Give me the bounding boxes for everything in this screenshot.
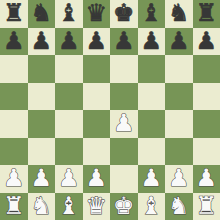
square-a3[interactable]	[0, 138, 28, 166]
square-a2[interactable]: ♟	[0, 165, 28, 193]
square-h1[interactable]: ♜	[193, 193, 221, 221]
black-king[interactable]: ♚	[113, 0, 135, 28]
square-h2[interactable]: ♟	[193, 165, 221, 193]
square-c1[interactable]: ♝	[55, 193, 83, 221]
square-d5[interactable]	[83, 83, 111, 111]
square-f5[interactable]	[138, 83, 166, 111]
square-c4[interactable]	[55, 110, 83, 138]
square-c7[interactable]: ♟	[55, 28, 83, 56]
black-pawn[interactable]: ♟	[3, 28, 25, 56]
black-pawn[interactable]: ♟	[58, 28, 80, 56]
square-g2[interactable]: ♟	[165, 165, 193, 193]
square-e1[interactable]: ♚	[110, 193, 138, 221]
square-a4[interactable]	[0, 110, 28, 138]
square-b6[interactable]	[28, 55, 56, 83]
square-b7[interactable]: ♟	[28, 28, 56, 56]
square-b5[interactable]	[28, 83, 56, 111]
square-d1[interactable]: ♛	[83, 193, 111, 221]
square-f8[interactable]: ♝	[138, 0, 166, 28]
white-rook[interactable]: ♜	[3, 193, 25, 221]
square-e5[interactable]	[110, 83, 138, 111]
square-c5[interactable]	[55, 83, 83, 111]
black-pawn[interactable]: ♟	[113, 28, 135, 56]
black-pawn[interactable]: ♟	[140, 28, 162, 56]
square-f4[interactable]	[138, 110, 166, 138]
square-b2[interactable]: ♟	[28, 165, 56, 193]
square-c2[interactable]: ♟	[55, 165, 83, 193]
white-bishop[interactable]: ♝	[58, 193, 80, 221]
square-d7[interactable]: ♟	[83, 28, 111, 56]
square-h7[interactable]: ♟	[193, 28, 221, 56]
square-h4[interactable]	[193, 110, 221, 138]
square-g8[interactable]: ♞	[165, 0, 193, 28]
white-king[interactable]: ♚	[113, 193, 135, 221]
square-h6[interactable]	[193, 55, 221, 83]
white-pawn[interactable]: ♟	[58, 165, 80, 193]
black-pawn[interactable]: ♟	[85, 28, 107, 56]
white-queen[interactable]: ♛	[85, 193, 107, 221]
white-pawn[interactable]: ♟	[85, 165, 107, 193]
black-bishop[interactable]: ♝	[58, 0, 80, 28]
square-g3[interactable]	[165, 138, 193, 166]
white-bishop[interactable]: ♝	[140, 193, 162, 221]
square-e4[interactable]: ♟	[110, 110, 138, 138]
square-c6[interactable]	[55, 55, 83, 83]
square-g6[interactable]	[165, 55, 193, 83]
square-a5[interactable]	[0, 83, 28, 111]
white-pawn[interactable]: ♟	[195, 165, 217, 193]
white-knight[interactable]: ♞	[168, 193, 190, 221]
square-h8[interactable]: ♜	[193, 0, 221, 28]
square-d2[interactable]: ♟	[83, 165, 111, 193]
black-pawn[interactable]: ♟	[195, 28, 217, 56]
square-f7[interactable]: ♟	[138, 28, 166, 56]
square-a1[interactable]: ♜	[0, 193, 28, 221]
black-knight[interactable]: ♞	[30, 0, 52, 28]
square-d4[interactable]	[83, 110, 111, 138]
square-g5[interactable]	[165, 83, 193, 111]
white-rook[interactable]: ♜	[195, 193, 217, 221]
white-pawn[interactable]: ♟	[113, 110, 135, 138]
square-h5[interactable]	[193, 83, 221, 111]
square-g1[interactable]: ♞	[165, 193, 193, 221]
black-pawn[interactable]: ♟	[168, 28, 190, 56]
black-queen[interactable]: ♛	[85, 0, 107, 28]
square-a6[interactable]	[0, 55, 28, 83]
white-knight[interactable]: ♞	[30, 193, 52, 221]
square-f1[interactable]: ♝	[138, 193, 166, 221]
white-pawn[interactable]: ♟	[168, 165, 190, 193]
square-c8[interactable]: ♝	[55, 0, 83, 28]
black-knight[interactable]: ♞	[168, 0, 190, 28]
square-e7[interactable]: ♟	[110, 28, 138, 56]
white-pawn[interactable]: ♟	[30, 165, 52, 193]
chess-board: ♜♞♝♛♚♝♞♜♟♟♟♟♟♟♟♟♟♟♟♟♟♟♟♟♜♞♝♛♚♝♞♜	[0, 0, 220, 220]
black-rook[interactable]: ♜	[3, 0, 25, 28]
black-rook[interactable]: ♜	[195, 0, 217, 28]
square-d3[interactable]	[83, 138, 111, 166]
white-pawn[interactable]: ♟	[140, 165, 162, 193]
square-f3[interactable]	[138, 138, 166, 166]
square-e8[interactable]: ♚	[110, 0, 138, 28]
square-e3[interactable]	[110, 138, 138, 166]
square-d8[interactable]: ♛	[83, 0, 111, 28]
square-e6[interactable]	[110, 55, 138, 83]
black-bishop[interactable]: ♝	[140, 0, 162, 28]
square-b8[interactable]: ♞	[28, 0, 56, 28]
black-pawn[interactable]: ♟	[30, 28, 52, 56]
square-f6[interactable]	[138, 55, 166, 83]
white-pawn[interactable]: ♟	[3, 165, 25, 193]
square-g7[interactable]: ♟	[165, 28, 193, 56]
square-d6[interactable]	[83, 55, 111, 83]
square-b4[interactable]	[28, 110, 56, 138]
square-a7[interactable]: ♟	[0, 28, 28, 56]
square-b3[interactable]	[28, 138, 56, 166]
square-c3[interactable]	[55, 138, 83, 166]
square-b1[interactable]: ♞	[28, 193, 56, 221]
square-f2[interactable]: ♟	[138, 165, 166, 193]
square-g4[interactable]	[165, 110, 193, 138]
square-e2[interactable]	[110, 165, 138, 193]
square-h3[interactable]	[193, 138, 221, 166]
square-a8[interactable]: ♜	[0, 0, 28, 28]
